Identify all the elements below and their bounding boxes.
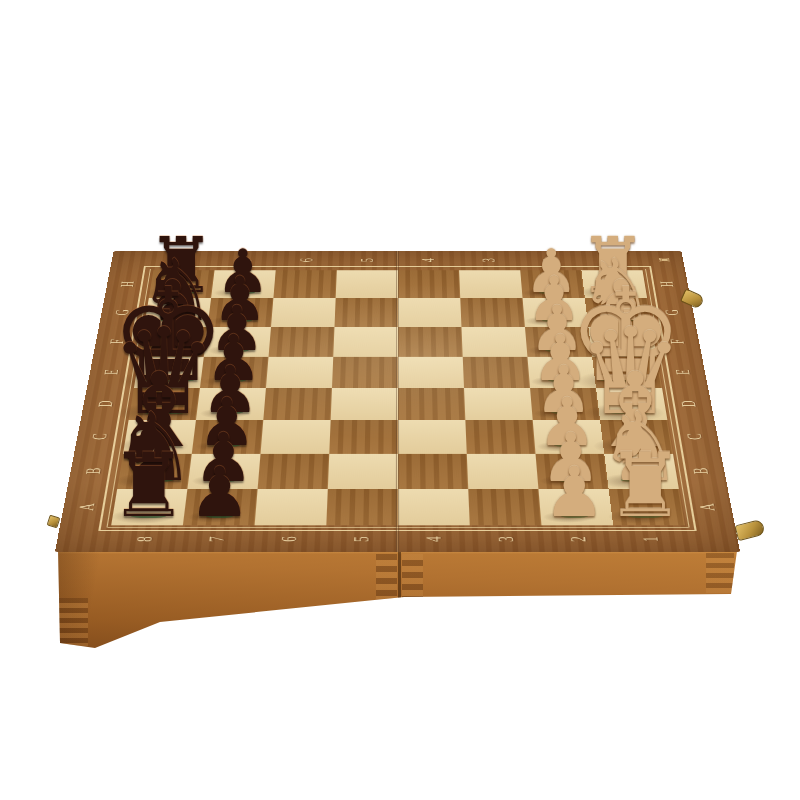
square-g4 bbox=[397, 297, 460, 326]
file-label-e: E bbox=[671, 366, 695, 376]
square-h8 bbox=[148, 270, 214, 298]
rank-label-4: 4 bbox=[421, 532, 445, 545]
finger-joint-right-corner bbox=[706, 553, 734, 593]
file-label-c: C bbox=[682, 430, 707, 441]
fold-seam-icon bbox=[395, 251, 398, 552]
file-label-f: F bbox=[666, 336, 689, 346]
rank-label-2: 2 bbox=[565, 532, 590, 545]
square-b7 bbox=[186, 453, 259, 488]
square-e7 bbox=[199, 356, 268, 387]
square-e8 bbox=[133, 356, 203, 387]
finger-joint-center-left bbox=[376, 554, 397, 599]
square-a1 bbox=[608, 488, 684, 525]
rank-label-2: 2 bbox=[538, 255, 559, 264]
rank-label-8: 8 bbox=[174, 255, 196, 264]
fold-seam-side bbox=[398, 552, 401, 600]
file-label-d: D bbox=[676, 398, 700, 409]
file-label-a: A bbox=[694, 500, 720, 512]
square-c4 bbox=[397, 419, 466, 453]
file-label-d: D bbox=[93, 398, 117, 409]
square-d7 bbox=[195, 387, 265, 419]
rank-label-5: 5 bbox=[356, 255, 376, 264]
square-d6 bbox=[262, 387, 331, 419]
square-g2 bbox=[522, 297, 588, 326]
square-h4 bbox=[397, 270, 459, 298]
square-b1 bbox=[603, 453, 678, 488]
square-b8 bbox=[116, 453, 191, 488]
square-d3 bbox=[463, 387, 532, 419]
file-label-b: B bbox=[81, 464, 106, 476]
file-label-b: B bbox=[688, 464, 713, 476]
square-e3 bbox=[462, 356, 529, 387]
rank-label-7: 7 bbox=[204, 532, 229, 545]
square-g8 bbox=[143, 297, 210, 326]
square-b3 bbox=[466, 453, 538, 488]
square-b6 bbox=[257, 453, 329, 488]
square-f7 bbox=[203, 326, 270, 356]
square-b5 bbox=[327, 453, 397, 488]
square-c2 bbox=[532, 419, 604, 453]
square-c6 bbox=[260, 419, 330, 453]
square-h7 bbox=[210, 270, 275, 298]
square-g6 bbox=[270, 297, 335, 326]
board-plane: ♜ HHGGFFEEDDCCBBAA8877665544332211 bbox=[54, 251, 739, 552]
square-a4 bbox=[397, 488, 469, 525]
file-label-g: G bbox=[661, 307, 684, 317]
square-a7 bbox=[182, 488, 257, 525]
brand-rook-icon: ♜ bbox=[651, 254, 677, 265]
rank-label-4: 4 bbox=[417, 255, 437, 264]
square-e1 bbox=[591, 356, 661, 387]
square-g1 bbox=[584, 297, 651, 326]
square-g5 bbox=[334, 297, 397, 326]
square-b2 bbox=[534, 453, 607, 488]
square-h3 bbox=[458, 270, 521, 298]
file-label-e: E bbox=[99, 366, 123, 376]
rank-label-1: 1 bbox=[599, 255, 621, 264]
rank-label-3: 3 bbox=[478, 255, 499, 264]
square-c8 bbox=[122, 419, 195, 453]
square-a2 bbox=[537, 488, 612, 525]
square-f5 bbox=[332, 326, 397, 356]
square-d1 bbox=[595, 387, 666, 419]
brass-clasp-icon bbox=[734, 519, 765, 541]
file-label-f: F bbox=[105, 336, 128, 346]
board-box-side bbox=[40, 540, 760, 660]
rank-label-8: 8 bbox=[131, 532, 157, 545]
rank-label-6: 6 bbox=[295, 255, 316, 264]
square-d8 bbox=[128, 387, 199, 419]
file-label-g: G bbox=[111, 307, 134, 317]
square-b4 bbox=[397, 453, 467, 488]
rank-label-3: 3 bbox=[493, 532, 518, 545]
square-e4 bbox=[397, 356, 463, 387]
square-d5 bbox=[330, 387, 397, 419]
rank-label-7: 7 bbox=[235, 255, 256, 264]
square-a3 bbox=[467, 488, 540, 525]
square-h6 bbox=[272, 270, 335, 298]
square-d4 bbox=[397, 387, 464, 419]
square-a8 bbox=[110, 488, 186, 525]
chessboard-scene: ♜ HHGGFFEEDDCCBBAA8877665544332211 ♜♞♝♛♚… bbox=[0, 0, 800, 800]
square-e5 bbox=[331, 356, 397, 387]
square-f6 bbox=[268, 326, 334, 356]
square-a6 bbox=[254, 488, 327, 525]
square-a5 bbox=[325, 488, 397, 525]
square-d2 bbox=[529, 387, 599, 419]
square-e2 bbox=[526, 356, 595, 387]
square-c7 bbox=[191, 419, 263, 453]
square-g7 bbox=[207, 297, 273, 326]
finger-joint-left-corner bbox=[58, 598, 88, 646]
file-label-a: A bbox=[74, 500, 100, 512]
rank-label-6: 6 bbox=[276, 532, 301, 545]
square-f4 bbox=[397, 326, 462, 356]
square-e6 bbox=[265, 356, 332, 387]
square-c5 bbox=[328, 419, 397, 453]
square-h5 bbox=[335, 270, 397, 298]
square-h1 bbox=[580, 270, 646, 298]
brass-pin-icon bbox=[47, 515, 61, 529]
square-f1 bbox=[587, 326, 655, 356]
square-f3 bbox=[460, 326, 526, 356]
finger-joint-center-right bbox=[402, 554, 423, 599]
square-f8 bbox=[138, 326, 206, 356]
square-f2 bbox=[524, 326, 591, 356]
square-c1 bbox=[599, 419, 672, 453]
square-g3 bbox=[459, 297, 524, 326]
rank-label-5: 5 bbox=[349, 532, 373, 545]
rank-label-1: 1 bbox=[637, 532, 663, 545]
file-label-h: H bbox=[656, 279, 678, 288]
square-c3 bbox=[464, 419, 534, 453]
file-label-c: C bbox=[87, 430, 112, 441]
square-h2 bbox=[519, 270, 584, 298]
file-label-h: H bbox=[116, 279, 138, 288]
